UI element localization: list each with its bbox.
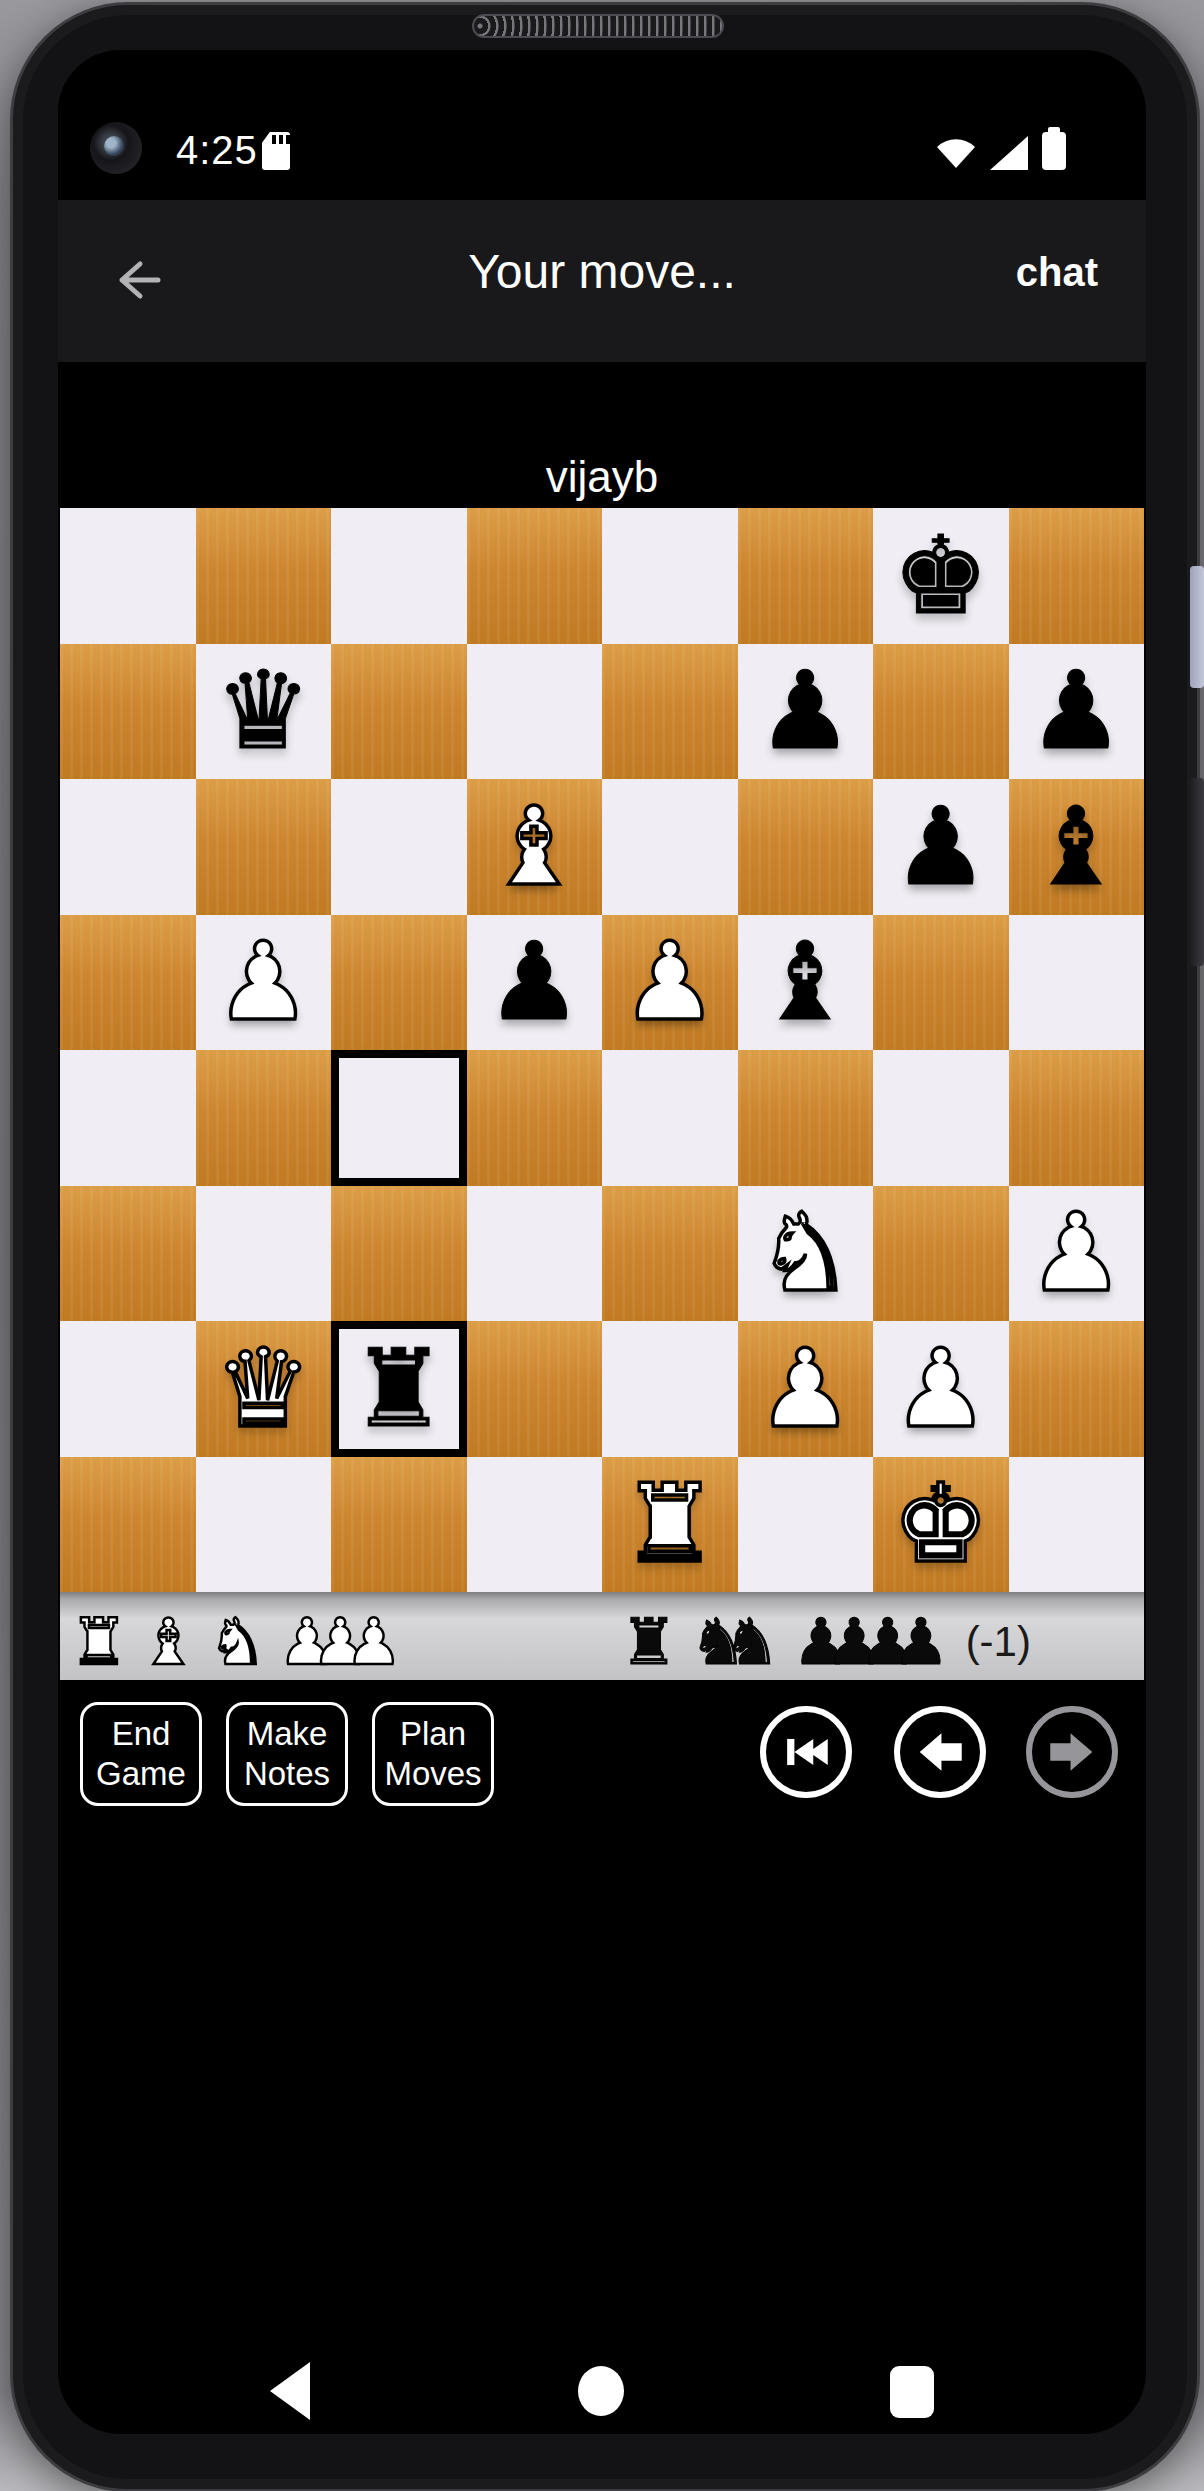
square-b1[interactable] (196, 1457, 332, 1593)
square-h4[interactable] (1009, 1050, 1145, 1186)
square-b2[interactable]: ♛ (196, 1321, 332, 1457)
square-a3[interactable] (60, 1186, 196, 1322)
square-c4[interactable] (331, 1050, 467, 1186)
square-e6[interactable] (602, 779, 738, 915)
app-bar: Your move... chat (58, 200, 1146, 362)
captured-black-knight: ♞ (723, 1610, 780, 1674)
status-icons (936, 130, 1066, 170)
make-notes-label-1: Make (247, 1714, 328, 1754)
plan-moves-label-1: Plan (400, 1714, 466, 1754)
make-notes-button[interactable]: Make Notes (226, 1702, 348, 1806)
captured-group: ♝ (139, 1610, 196, 1674)
piece-white-pawn[interactable]: ♟ (215, 928, 312, 1036)
previous-move-button[interactable] (894, 1706, 986, 1798)
square-g8[interactable]: ♚ (873, 508, 1009, 644)
square-d7[interactable] (467, 644, 603, 780)
captured-group: ♟♟♟ (278, 1610, 402, 1674)
captured-group: ♜ (70, 1610, 127, 1674)
power-button[interactable] (1190, 778, 1204, 966)
status-time: 4:25 (176, 128, 258, 173)
captured-white-pawn: ♟ (345, 1610, 402, 1674)
piece-white-pawn[interactable]: ♟ (621, 928, 718, 1036)
square-a6[interactable] (60, 779, 196, 915)
square-c7[interactable] (331, 644, 467, 780)
square-d8[interactable] (467, 508, 603, 644)
wifi-icon (936, 134, 976, 170)
material-score: (-1) (966, 1618, 1031, 1666)
square-b5[interactable]: ♟ (196, 915, 332, 1051)
page-title: Your move... (58, 244, 1146, 299)
square-a4[interactable] (60, 1050, 196, 1186)
piece-black-pawn[interactable]: ♟ (757, 657, 854, 765)
android-nav-bar (58, 2340, 1146, 2434)
opponent-name: vijayb (58, 452, 1146, 502)
square-e2[interactable] (602, 1321, 738, 1457)
square-f2[interactable]: ♟ (738, 1321, 874, 1457)
captured-group: ♞ (209, 1610, 266, 1674)
square-f3[interactable]: ♞ (738, 1186, 874, 1322)
piece-black-queen[interactable]: ♛ (215, 657, 312, 765)
front-camera (90, 122, 142, 174)
square-g3[interactable] (873, 1186, 1009, 1322)
square-f7[interactable]: ♟ (738, 644, 874, 780)
square-h5[interactable] (1009, 915, 1145, 1051)
volume-button[interactable] (1190, 566, 1204, 688)
earpiece-speaker (472, 14, 724, 38)
square-c1[interactable] (331, 1457, 467, 1593)
piece-black-pawn[interactable]: ♟ (1028, 657, 1125, 765)
piece-black-king[interactable]: ♚ (892, 522, 989, 630)
square-g6[interactable]: ♟ (873, 779, 1009, 915)
captured-tray: ♜♝♞♟♟♟ ♜♞♞♟♟♟♟(-1) (60, 1592, 1144, 1680)
square-f6[interactable] (738, 779, 874, 915)
square-e8[interactable] (602, 508, 738, 644)
square-a2[interactable] (60, 1321, 196, 1457)
piece-white-rook[interactable]: ♜ (621, 1470, 718, 1578)
captured-black-pawn: ♟ (892, 1610, 949, 1674)
square-a5[interactable] (60, 915, 196, 1051)
piece-white-pawn[interactable]: ♟ (1028, 1199, 1125, 1307)
captured-black-rook: ♜ (620, 1610, 677, 1674)
square-d6[interactable]: ♝ (467, 779, 603, 915)
square-c5[interactable] (331, 915, 467, 1051)
sd-card-icon (262, 132, 290, 170)
square-h1[interactable] (1009, 1457, 1145, 1593)
arrow-left-icon (911, 1723, 969, 1781)
piece-white-pawn[interactable]: ♟ (892, 1335, 989, 1443)
captured-white-bishop: ♝ (139, 1610, 196, 1674)
captured-white-knight: ♞ (209, 1610, 266, 1674)
square-d5[interactable]: ♟ (467, 915, 603, 1051)
square-g7[interactable] (873, 644, 1009, 780)
end-game-label-2: Game (96, 1754, 186, 1794)
square-c6[interactable] (331, 779, 467, 915)
square-f5[interactable]: ♝ (738, 915, 874, 1051)
make-notes-label-2: Notes (244, 1754, 330, 1794)
square-a8[interactable] (60, 508, 196, 644)
square-e1[interactable]: ♜ (602, 1457, 738, 1593)
square-g5[interactable] (873, 915, 1009, 1051)
captured-group: ♞♞ (689, 1610, 780, 1674)
square-b4[interactable] (196, 1050, 332, 1186)
piece-white-king[interactable]: ♚ (892, 1470, 989, 1578)
piece-black-pawn[interactable]: ♟ (486, 928, 583, 1036)
piece-black-bishop[interactable]: ♝ (1028, 793, 1125, 901)
chess-board: ♚♛♟♟♝♟♝♟♟♟♝♞♟♛♜♟♟♜♚ (60, 508, 1144, 1592)
square-d1[interactable] (467, 1457, 603, 1593)
captured-white-rook: ♜ (70, 1610, 127, 1674)
action-bar: End Game Make Notes Plan Moves (58, 1698, 1146, 1814)
square-b3[interactable] (196, 1186, 332, 1322)
square-h6[interactable]: ♝ (1009, 779, 1145, 915)
square-d3[interactable] (467, 1186, 603, 1322)
piece-white-queen[interactable]: ♛ (215, 1335, 312, 1443)
piece-black-rook[interactable]: ♜ (350, 1335, 447, 1443)
square-f4[interactable] (738, 1050, 874, 1186)
end-game-button[interactable]: End Game (80, 1702, 202, 1806)
plan-moves-button[interactable]: Plan Moves (372, 1702, 494, 1806)
plan-moves-label-2: Moves (384, 1754, 481, 1794)
rewind-icon (777, 1723, 835, 1781)
square-b6[interactable] (196, 779, 332, 915)
piece-white-pawn[interactable]: ♟ (757, 1335, 854, 1443)
square-c3[interactable] (331, 1186, 467, 1322)
square-e5[interactable]: ♟ (602, 915, 738, 1051)
square-h2[interactable] (1009, 1321, 1145, 1457)
square-e3[interactable] (602, 1186, 738, 1322)
piece-black-bishop[interactable]: ♝ (757, 928, 854, 1036)
captured-white-pieces: ♜♝♞♟♟♟ (70, 1610, 414, 1674)
next-move-button[interactable] (1026, 1706, 1118, 1798)
phone-mockup: 4:25 Your move... chat vijayb ♚♛♟♟♝♟♝♟♟♟… (0, 0, 1204, 2491)
square-f1[interactable] (738, 1457, 874, 1593)
square-a7[interactable] (60, 644, 196, 780)
android-home-icon[interactable] (578, 2366, 624, 2416)
square-f8[interactable] (738, 508, 874, 644)
square-h7[interactable]: ♟ (1009, 644, 1145, 780)
captured-group: ♟♟♟♟ (792, 1610, 950, 1674)
piece-white-knight[interactable]: ♞ (757, 1199, 854, 1307)
square-b7[interactable]: ♛ (196, 644, 332, 780)
square-c2[interactable]: ♜ (331, 1321, 467, 1457)
square-b8[interactable] (196, 508, 332, 644)
captured-black-pieces: ♜♞♞♟♟♟♟(-1) (620, 1610, 1031, 1674)
square-h3[interactable]: ♟ (1009, 1186, 1145, 1322)
square-e4[interactable] (602, 1050, 738, 1186)
screen: 4:25 Your move... chat vijayb ♚♛♟♟♝♟♝♟♟♟… (58, 50, 1146, 2434)
square-a1[interactable] (60, 1457, 196, 1593)
piece-white-bishop[interactable]: ♝ (486, 793, 583, 901)
chat-button[interactable]: chat (1016, 250, 1098, 295)
square-g4[interactable] (873, 1050, 1009, 1186)
square-c8[interactable] (331, 508, 467, 644)
square-d4[interactable] (467, 1050, 603, 1186)
square-h8[interactable] (1009, 508, 1145, 644)
piece-black-pawn[interactable]: ♟ (892, 793, 989, 901)
end-game-label-1: End (112, 1714, 171, 1754)
square-d2[interactable] (467, 1321, 603, 1457)
square-g1[interactable]: ♚ (873, 1457, 1009, 1593)
square-e7[interactable] (602, 644, 738, 780)
android-back-icon[interactable] (270, 2362, 310, 2420)
arrow-right-icon (1043, 1723, 1101, 1781)
captured-group: ♜ (620, 1610, 677, 1674)
square-g2[interactable]: ♟ (873, 1321, 1009, 1457)
rewind-to-start-button[interactable] (760, 1706, 852, 1798)
battery-icon (1042, 132, 1066, 170)
cell-signal-icon (990, 136, 1028, 170)
android-recents-icon[interactable] (890, 2366, 934, 2418)
camera-lens (104, 136, 124, 156)
